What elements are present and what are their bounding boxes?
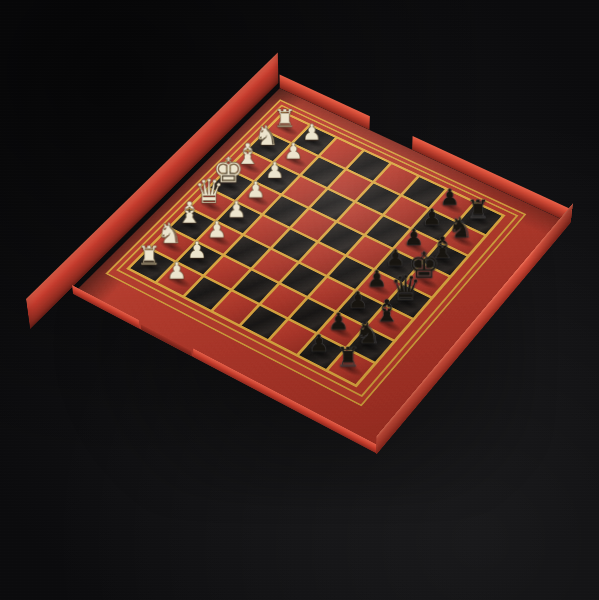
- tin-tray-floor: ♜♟♟♜♞♟♟♞♝♟♟♝♚♟♟♚♛♟♟♛♝♟♟♝♞♟♟♞♜♟♟♜: [73, 88, 570, 453]
- pawn-glyph: ♟: [154, 259, 198, 282]
- rook-glyph: ♜: [325, 343, 371, 370]
- pieces-layer: ♜♟♟♜♞♟♟♞♝♟♟♝♚♟♟♚♛♟♟♛♝♟♟♝♞♟♟♞♜♟♟♜: [73, 88, 570, 453]
- scene: ♜♟♟♜♞♟♟♞♝♟♟♝♚♟♟♚♛♟♟♛♝♟♟♝♞♟♟♞♜♟♟♜: [0, 0, 599, 600]
